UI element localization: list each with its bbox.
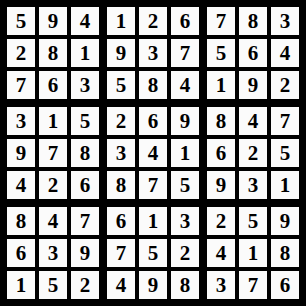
sudoku-cell-r4c9[interactable]: 7 — [271, 107, 299, 135]
sudoku-cell-r1c4[interactable]: 1 — [107, 7, 135, 35]
sudoku-cell-r5c4[interactable]: 3 — [107, 139, 135, 167]
sudoku-cell-r4c7[interactable]: 8 — [207, 107, 235, 135]
sudoku-cell-r1c2[interactable]: 9 — [39, 7, 67, 35]
sudoku-cell-r5c8[interactable]: 2 — [239, 139, 267, 167]
sudoku-cell-r5c1[interactable]: 9 — [7, 139, 35, 167]
sudoku-cell-r2c1[interactable]: 2 — [7, 39, 35, 67]
sudoku-cell-r4c3[interactable]: 5 — [71, 107, 99, 135]
sudoku-cell-r9c2[interactable]: 5 — [39, 271, 67, 299]
sudoku-cell-r7c1[interactable]: 8 — [7, 207, 35, 235]
sudoku-box-6: 847625931 — [207, 107, 299, 199]
sudoku-cell-r2c2[interactable]: 8 — [39, 39, 67, 67]
sudoku-cell-r7c4[interactable]: 6 — [107, 207, 135, 235]
sudoku-box-9: 259418376 — [207, 207, 299, 299]
sudoku-cell-r8c5[interactable]: 5 — [139, 239, 167, 267]
sudoku-cell-r3c7[interactable]: 1 — [207, 71, 235, 99]
sudoku-cell-r6c2[interactable]: 2 — [39, 171, 67, 199]
sudoku-cell-r9c8[interactable]: 7 — [239, 271, 267, 299]
sudoku-board: 5942817631269375847835641923159784262693… — [0, 0, 306, 306]
sudoku-box-3: 783564192 — [207, 7, 299, 99]
sudoku-cell-r7c7[interactable]: 2 — [207, 207, 235, 235]
sudoku-cell-r6c3[interactable]: 6 — [71, 171, 99, 199]
sudoku-cell-r2c3[interactable]: 1 — [71, 39, 99, 67]
sudoku-cell-r6c1[interactable]: 4 — [7, 171, 35, 199]
sudoku-cell-r5c6[interactable]: 1 — [171, 139, 199, 167]
sudoku-cell-r1c8[interactable]: 8 — [239, 7, 267, 35]
sudoku-box-7: 847639152 — [7, 207, 99, 299]
sudoku-cell-r8c3[interactable]: 9 — [71, 239, 99, 267]
sudoku-cell-r3c3[interactable]: 3 — [71, 71, 99, 99]
sudoku-cell-r3c1[interactable]: 7 — [7, 71, 35, 99]
sudoku-cell-r7c3[interactable]: 7 — [71, 207, 99, 235]
sudoku-cell-r9c7[interactable]: 3 — [207, 271, 235, 299]
sudoku-cell-r2c5[interactable]: 3 — [139, 39, 167, 67]
sudoku-cell-r3c6[interactable]: 4 — [171, 71, 199, 99]
sudoku-cell-r7c6[interactable]: 3 — [171, 207, 199, 235]
sudoku-cell-r6c5[interactable]: 7 — [139, 171, 167, 199]
sudoku-box-1: 594281763 — [7, 7, 99, 99]
sudoku-cell-r1c7[interactable]: 7 — [207, 7, 235, 35]
sudoku-cell-r8c4[interactable]: 7 — [107, 239, 135, 267]
sudoku-cell-r8c7[interactable]: 4 — [207, 239, 235, 267]
sudoku-cell-r2c7[interactable]: 5 — [207, 39, 235, 67]
sudoku-cell-r6c8[interactable]: 3 — [239, 171, 267, 199]
sudoku-cell-r3c2[interactable]: 6 — [39, 71, 67, 99]
sudoku-cell-r1c9[interactable]: 3 — [271, 7, 299, 35]
sudoku-cell-r3c4[interactable]: 5 — [107, 71, 135, 99]
sudoku-cell-r9c3[interactable]: 2 — [71, 271, 99, 299]
sudoku-cell-r6c9[interactable]: 1 — [271, 171, 299, 199]
sudoku-cell-r4c6[interactable]: 9 — [171, 107, 199, 135]
sudoku-cell-r3c8[interactable]: 9 — [239, 71, 267, 99]
sudoku-cell-r6c6[interactable]: 5 — [171, 171, 199, 199]
sudoku-box-2: 126937584 — [107, 7, 199, 99]
sudoku-cell-r3c9[interactable]: 2 — [271, 71, 299, 99]
sudoku-cell-r9c5[interactable]: 9 — [139, 271, 167, 299]
sudoku-cell-r7c2[interactable]: 4 — [39, 207, 67, 235]
sudoku-cell-r2c8[interactable]: 6 — [239, 39, 267, 67]
sudoku-cell-r8c1[interactable]: 6 — [7, 239, 35, 267]
sudoku-box-5: 269341875 — [107, 107, 199, 199]
sudoku-cell-r6c4[interactable]: 8 — [107, 171, 135, 199]
sudoku-cell-r8c6[interactable]: 2 — [171, 239, 199, 267]
sudoku-cell-r2c9[interactable]: 4 — [271, 39, 299, 67]
sudoku-cell-r8c8[interactable]: 1 — [239, 239, 267, 267]
sudoku-cell-r4c4[interactable]: 2 — [107, 107, 135, 135]
sudoku-cell-r5c3[interactable]: 8 — [71, 139, 99, 167]
sudoku-cell-r5c5[interactable]: 4 — [139, 139, 167, 167]
sudoku-cell-r5c9[interactable]: 5 — [271, 139, 299, 167]
sudoku-cell-r3c5[interactable]: 8 — [139, 71, 167, 99]
sudoku-cell-r9c1[interactable]: 1 — [7, 271, 35, 299]
sudoku-cell-r8c2[interactable]: 3 — [39, 239, 67, 267]
sudoku-box-8: 613752498 — [107, 207, 199, 299]
sudoku-cell-r7c5[interactable]: 1 — [139, 207, 167, 235]
sudoku-cell-r8c9[interactable]: 8 — [271, 239, 299, 267]
sudoku-cell-r9c9[interactable]: 6 — [271, 271, 299, 299]
sudoku-cell-r1c1[interactable]: 5 — [7, 7, 35, 35]
sudoku-cell-r7c8[interactable]: 5 — [239, 207, 267, 235]
sudoku-cell-r5c2[interactable]: 7 — [39, 139, 67, 167]
sudoku-box-4: 315978426 — [7, 107, 99, 199]
sudoku-cell-r9c4[interactable]: 4 — [107, 271, 135, 299]
sudoku-cell-r4c1[interactable]: 3 — [7, 107, 35, 135]
sudoku-cell-r6c7[interactable]: 9 — [207, 171, 235, 199]
sudoku-cell-r4c8[interactable]: 4 — [239, 107, 267, 135]
sudoku-cell-r1c3[interactable]: 4 — [71, 7, 99, 35]
sudoku-cell-r7c9[interactable]: 9 — [271, 207, 299, 235]
sudoku-cell-r1c6[interactable]: 6 — [171, 7, 199, 35]
sudoku-cell-r4c2[interactable]: 1 — [39, 107, 67, 135]
sudoku-cell-r4c5[interactable]: 6 — [139, 107, 167, 135]
sudoku-cell-r2c4[interactable]: 9 — [107, 39, 135, 67]
sudoku-cell-r2c6[interactable]: 7 — [171, 39, 199, 67]
sudoku-cell-r9c6[interactable]: 8 — [171, 271, 199, 299]
sudoku-cell-r5c7[interactable]: 6 — [207, 139, 235, 167]
sudoku-cell-r1c5[interactable]: 2 — [139, 7, 167, 35]
